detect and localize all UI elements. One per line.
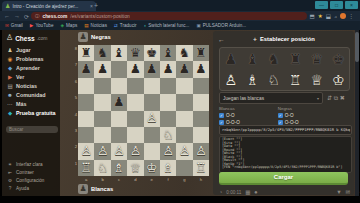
file-labels: abcdefgh (78, 177, 209, 183)
back-icon[interactable]: ← (4, 13, 10, 19)
black-pawn-piece[interactable]: ♟ (179, 63, 190, 76)
piece-palette[interactable]: ♟♝♞♜♛♚♙♗♘♖♕♔ (219, 47, 350, 91)
funnel-icon[interactable]: ▼ (336, 189, 341, 195)
palette-white-pawn[interactable]: ♙ (224, 72, 237, 88)
square-e6[interactable] (144, 78, 160, 94)
extension-icon[interactable]: ⬓ (326, 11, 331, 21)
square-e5[interactable] (144, 94, 160, 110)
square-e1[interactable]: ♔ (144, 160, 160, 176)
square-g6[interactable] (176, 78, 192, 94)
sidebar-item-aprender[interactable]: ◆Aprender (2, 63, 60, 72)
square-e4[interactable]: ♙ (144, 111, 160, 127)
white-bishop-piece[interactable]: ♗ (162, 162, 173, 175)
square-h2[interactable]: ♙ (193, 143, 209, 159)
square-d8[interactable]: ♛ (127, 45, 143, 61)
palette-black-rook[interactable]: ♜ (289, 51, 302, 67)
player-top: ♟ Negras (78, 32, 111, 42)
aprender-icon: ◆ (7, 65, 13, 71)
square-f3[interactable]: ♘ (160, 127, 176, 143)
url-path: /es/variants/custom-position (70, 14, 129, 19)
flip-board-icon[interactable]: ⇵ (327, 95, 334, 101)
square-g2[interactable]: ♙ (176, 143, 192, 159)
black-pawn-piece[interactable]: ♟ (146, 63, 157, 76)
chess-board[interactable]: ♜♞♝♛♚♝♞♜♟♟♟♟♟♟♟♟♙♘♙♙♙♙♙♙♙♖♘♗♕♔♗♖ (78, 45, 209, 176)
sidebar-item-trial[interactable]: ◆ Prueba gratuita (2, 108, 60, 117)
setup-panel-title: ＋Establecer posición (225, 35, 342, 44)
square-h8[interactable]: ♜ (193, 45, 209, 61)
chesscom-logo[interactable]: ♙ Chess.com (2, 32, 60, 45)
black-queen-piece[interactable]: ♛ (130, 47, 141, 60)
fen-input[interactable]: rnbqkbnr/pp1ppppp/8/2p5/4P3/5N2/PPPP1PPP… (219, 125, 352, 135)
sidebar-item-noticias[interactable]: ▤Noticias (2, 81, 60, 90)
bookmark-icon: ✉ (5, 23, 9, 28)
bookmark-item[interactable]: ✉Gmail (5, 23, 23, 28)
square-e8[interactable]: ♚ (144, 45, 160, 61)
white-rook-piece[interactable]: ♖ (195, 162, 206, 175)
jugar-icon: ♟ (7, 47, 13, 53)
white-queen-piece[interactable]: ♕ (130, 162, 141, 175)
square-d5[interactable] (127, 94, 143, 110)
clock-icon[interactable]: ◔ (219, 189, 222, 195)
setup-panel-header: ← ＋Establecer posición (213, 33, 354, 45)
bookmark-icon: ▣ (196, 23, 200, 28)
square-h6[interactable] (193, 78, 209, 94)
square-c6[interactable] (111, 78, 127, 94)
palette-black-pawn[interactable]: ♟ (224, 51, 237, 67)
square-h3[interactable] (193, 127, 209, 143)
load-button[interactable]: Cargar (219, 172, 348, 185)
square-g3[interactable] (176, 127, 192, 143)
reading-list-icon[interactable]: ⬒ (310, 11, 315, 21)
plus-icon: ＋ (252, 36, 258, 42)
sidebar-item-jugar[interactable]: ♟Jugar (2, 45, 60, 54)
site-info-icon[interactable]: ⓘ (35, 14, 40, 19)
bottom-black-strip (0, 196, 360, 203)
square-a4[interactable] (78, 111, 94, 127)
pgn-textarea[interactable]: [Event ""][Site ""][Date ""][Round ""][W… (219, 136, 352, 173)
square-c8[interactable]: ♝ (111, 45, 127, 61)
mic-icon[interactable]: ⏺ (255, 189, 258, 196)
sidebar-item-comunidad[interactable]: ☻Comunidad (2, 90, 60, 99)
square-d4[interactable] (127, 111, 143, 127)
ver-icon: ▶ (7, 74, 13, 80)
page-background: ♙ Chess.com ♟Jugar◉Problemas◆Aprender▶Ve… (2, 30, 358, 196)
square-h4[interactable] (193, 111, 209, 127)
castling-checkbox-row[interactable]: ✓O-O (278, 112, 299, 119)
turn-select[interactable]: Juegan las blancas ▾ (219, 92, 323, 104)
white-bishop-piece[interactable]: ♗ (113, 162, 124, 175)
tab-close-icon[interactable]: × (90, 3, 93, 9)
bookmark-star-icon[interactable]: ★ (318, 11, 323, 21)
bookmark-icon: ⇄ (114, 23, 118, 28)
white-pawn-piece[interactable]: ♙ (146, 112, 157, 125)
close-button[interactable]: × (345, 1, 358, 9)
square-f4[interactable] (160, 111, 176, 127)
back-arrow-icon[interactable]: ← (218, 36, 225, 43)
browser-tab[interactable]: ♟ Intro - Creación de ajedrez per... × (2, 1, 96, 11)
bookmark-item[interactable]: ◖Switch lateral func... (143, 23, 189, 28)
square-a1[interactable]: ♖ (78, 160, 94, 176)
sidebar-item-ver[interactable]: ▶Ver (2, 72, 60, 81)
square-d1[interactable]: ♕ (127, 160, 143, 176)
address-bar[interactable]: ⓘ chess.com /es/variants/custom-position (31, 12, 307, 20)
black-pawn-piece[interactable]: ♟ (113, 96, 124, 109)
black-knight-piece[interactable]: ♞ (179, 47, 190, 60)
white-pawn-piece[interactable]: ♙ (162, 145, 173, 158)
square-d7[interactable]: ♟ (127, 61, 143, 77)
white-pawn-piece[interactable]: ♙ (195, 145, 206, 158)
square-c3[interactable] (111, 127, 127, 143)
white-knight-piece[interactable]: ♘ (97, 162, 108, 175)
sidebar: ♙ Chess.com ♟Jugar◉Problemas◆Aprender▶Ve… (2, 30, 60, 198)
square-c2[interactable]: ♙ (111, 143, 127, 159)
logo-pawn-icon: ♙ (6, 34, 13, 42)
square-f6[interactable] (160, 78, 176, 94)
problemas-icon: ◉ (7, 56, 13, 62)
palette-black-queen[interactable]: ♛ (310, 51, 323, 67)
scrollbar-thumb[interactable] (355, 32, 359, 62)
search-input[interactable] (6, 126, 58, 133)
square-g8[interactable]: ♞ (176, 45, 192, 61)
square-a8[interactable]: ♜ (78, 45, 94, 61)
square-h5[interactable] (193, 94, 209, 110)
black-rook-piece[interactable]: ♜ (81, 47, 92, 60)
square-a6[interactable] (78, 78, 94, 94)
black-knight-piece[interactable]: ♞ (97, 47, 108, 60)
chat-icon[interactable]: ✉ (346, 189, 351, 195)
square-g7[interactable]: ♟ (176, 61, 192, 77)
browser-titlebar: ♟ Intro - Creación de ajedrez per... × +… (0, 0, 360, 11)
square-b3[interactable] (94, 127, 110, 143)
avatar[interactable]: ♟ (78, 184, 88, 194)
checkbox-checked[interactable]: ✓ (219, 113, 224, 118)
white-pawn-piece[interactable]: ♙ (97, 145, 108, 158)
palette-black-king[interactable]: ♚ (332, 51, 345, 67)
white-pawn-piece[interactable]: ♙ (130, 145, 141, 158)
square-h1[interactable]: ♖ (193, 160, 209, 176)
square-f2[interactable]: ♙ (160, 143, 176, 159)
square-b5[interactable] (94, 94, 110, 110)
black-pawn-piece[interactable]: ♟ (195, 63, 206, 76)
sidebar-footer-interfaz-clara[interactable]: ☀Interfaz clara (2, 160, 60, 168)
square-c7[interactable] (111, 61, 127, 77)
white-pawn-piece[interactable]: ♙ (81, 145, 92, 158)
square-c1[interactable]: ♗ (111, 160, 127, 176)
diamond-icon: ◆ (7, 110, 13, 116)
trash-icon[interactable]: ✖ (340, 95, 345, 101)
square-b6[interactable] (94, 78, 110, 94)
castling-options: Blancas✓O-O✓O-O-ONegras✓O-O✓O-O-O (219, 106, 348, 126)
maximize-button[interactable]: □ (330, 1, 343, 9)
square-a2[interactable]: ♙ (78, 143, 94, 159)
timer-text: 0:00:11 (226, 190, 241, 195)
sidebar-item-más[interactable]: ⋯Más (2, 99, 60, 108)
square-a3[interactable] (78, 127, 94, 143)
square-b8[interactable]: ♞ (94, 45, 110, 61)
square-b2[interactable]: ♙ (94, 143, 110, 159)
palette-black-knight[interactable]: ♞ (267, 51, 280, 67)
forward-icon[interactable]: → (14, 13, 20, 19)
player-bottom: ♟ Blancas (78, 184, 113, 194)
palette-white-queen[interactable]: ♕ (310, 72, 323, 88)
square-e2[interactable] (144, 143, 160, 159)
square-b4[interactable] (94, 111, 110, 127)
square-g4[interactable] (176, 111, 192, 127)
white-king-piece[interactable]: ♔ (146, 162, 157, 175)
player-top-name: Negras (91, 34, 111, 40)
square-c5[interactable]: ♟ (111, 94, 127, 110)
rank-labels: 87654321 (70, 45, 77, 176)
minimize-button[interactable]: — (315, 1, 328, 9)
tab-title: Intro - Creación de ajedrez per... (12, 4, 88, 9)
square-c4[interactable] (111, 111, 127, 127)
bookmark-item[interactable]: ⇄Traducir (114, 23, 137, 28)
square-f8[interactable]: ♝ (160, 45, 176, 61)
square-f5[interactable] (160, 94, 176, 110)
noticias-icon: ▤ (7, 83, 13, 89)
chevron-down-icon: ▾ (317, 96, 319, 101)
black-pawn-piece[interactable]: ♟ (81, 63, 92, 76)
black-pawn-piece[interactable]: ♟ (130, 63, 141, 76)
black-rook-piece[interactable]: ♜ (195, 47, 206, 60)
toolbar-icons: ⬒★⬓⟓⋮ (310, 11, 354, 21)
reload-icon[interactable]: ⟳ (24, 13, 29, 20)
square-d6[interactable] (127, 78, 143, 94)
bookmark-icon: ▶ (30, 23, 34, 28)
más-icon: ⋯ (7, 101, 13, 107)
square-f1[interactable]: ♗ (160, 160, 176, 176)
black-pawn-piece[interactable]: ♟ (162, 63, 173, 76)
palette-white-bishop[interactable]: ♗ (246, 72, 259, 88)
square-a7[interactable]: ♟ (78, 61, 94, 77)
bookmark-item[interactable]: ◈Maps (60, 23, 77, 28)
sidebar-item-problemas[interactable]: ◉Problemas (2, 54, 60, 63)
square-h7[interactable]: ♟ (193, 61, 209, 77)
palette-white-king[interactable]: ♔ (332, 72, 345, 88)
board-icon[interactable]: ▦ (245, 189, 250, 195)
bookmark-icon: ◈ (60, 23, 64, 28)
sidebar-footer-contraer[interactable]: ⇤Contraer (2, 168, 60, 176)
checkbox-checked[interactable]: ✓ (278, 113, 283, 118)
square-a5[interactable] (78, 94, 94, 110)
white-pawn-piece[interactable]: ♙ (179, 145, 190, 158)
bookmark-icon: ◖ (143, 23, 146, 28)
square-e3[interactable] (144, 127, 160, 143)
new-tab-button[interactable]: + (94, 2, 98, 9)
square-b7[interactable]: ♟ (94, 61, 110, 77)
comunidad-icon: ☻ (7, 92, 13, 98)
white-knight-piece[interactable]: ♘ (162, 129, 173, 142)
square-b1[interactable]: ♘ (94, 160, 110, 176)
setup-panel: ← ＋Establecer posición ♟♝♞♜♛♚♙♗♘♖♕♔ Jueg… (213, 31, 354, 195)
bookmark-icon: ▤ (84, 23, 88, 28)
bookmarks-bar: ✉Gmail▶YouTube◈Maps▤Noticias⇄Traducir◖Sw… (0, 21, 360, 30)
castling-checkbox-row[interactable]: ✓O-O (219, 112, 240, 119)
avatar[interactable]: ♟ (78, 32, 88, 42)
palette-white-knight[interactable]: ♘ (267, 72, 280, 88)
square-e7[interactable]: ♟ (144, 61, 160, 77)
player-bottom-name: Blancas (91, 186, 113, 192)
bookmark-item[interactable]: ▤Noticias (84, 23, 107, 28)
url-host: chess.com (43, 14, 68, 19)
menu-kebab-icon[interactable]: ⋮ (349, 11, 355, 21)
white-rook-piece[interactable]: ♖ (81, 162, 92, 175)
palette-black-bishop[interactable]: ♝ (246, 51, 259, 67)
bookmark-item[interactable]: ▣PULSADOR Arduin... (196, 23, 246, 28)
tab-favicon-pawn-icon: ♟ (5, 3, 10, 9)
black-king-piece[interactable]: ♚ (146, 47, 157, 60)
sidebar-footer-configuración[interactable]: ⚙Configuración (2, 176, 60, 184)
square-d3[interactable] (127, 127, 143, 143)
black-pawn-piece[interactable]: ♟ (97, 63, 108, 76)
black-bishop-piece[interactable]: ♝ (162, 47, 173, 60)
bookmark-item[interactable]: ▶YouTube (30, 23, 54, 28)
square-g1[interactable] (176, 160, 192, 176)
palette-white-rook[interactable]: ♖ (289, 72, 302, 88)
puzzle-icon[interactable]: ⟓ (334, 11, 337, 21)
profile-avatar[interactable] (340, 13, 346, 19)
square-d2[interactable]: ♙ (127, 143, 143, 159)
black-bishop-piece[interactable]: ♝ (113, 47, 124, 60)
white-pawn-piece[interactable]: ♙ (113, 145, 124, 158)
square-g5[interactable] (176, 94, 192, 110)
sidebar-footer-ayuda[interactable]: ?Ayuda (2, 184, 60, 192)
square-f7[interactable]: ♟ (160, 61, 176, 77)
